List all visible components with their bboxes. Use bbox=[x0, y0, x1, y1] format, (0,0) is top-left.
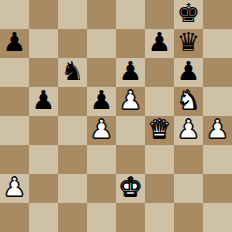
square-b2[interactable] bbox=[29, 174, 58, 203]
square-c3[interactable] bbox=[58, 145, 87, 174]
square-d1[interactable] bbox=[87, 203, 116, 232]
square-a1[interactable] bbox=[0, 203, 29, 232]
square-d8[interactable] bbox=[87, 0, 116, 29]
square-f7[interactable]: ♟ bbox=[145, 29, 174, 58]
square-c5[interactable] bbox=[58, 87, 87, 116]
square-a8[interactable] bbox=[0, 0, 29, 29]
square-f4[interactable]: ♛ bbox=[145, 116, 174, 145]
piece-black-pawn-f7[interactable]: ♟ bbox=[148, 29, 171, 57]
square-e3[interactable] bbox=[116, 145, 145, 174]
square-b1[interactable] bbox=[29, 203, 58, 232]
square-h7[interactable] bbox=[203, 29, 232, 58]
square-b4[interactable] bbox=[29, 116, 58, 145]
square-g3[interactable] bbox=[174, 145, 203, 174]
square-g4[interactable]: ♟ bbox=[174, 116, 203, 145]
piece-black-pawn-b5[interactable]: ♟ bbox=[32, 87, 55, 115]
square-a5[interactable] bbox=[0, 87, 29, 116]
square-d2[interactable] bbox=[87, 174, 116, 203]
square-f3[interactable] bbox=[145, 145, 174, 174]
square-c8[interactable] bbox=[58, 0, 87, 29]
piece-white-pawn-a2[interactable]: ♟ bbox=[3, 174, 26, 202]
square-h6[interactable] bbox=[203, 58, 232, 87]
square-c6[interactable]: ♞ bbox=[58, 58, 87, 87]
piece-black-knight-c6[interactable]: ♞ bbox=[61, 58, 84, 86]
square-g5[interactable]: ♞ bbox=[174, 87, 203, 116]
piece-white-knight-g5[interactable]: ♞ bbox=[177, 87, 200, 115]
piece-black-pawn-a7[interactable]: ♟ bbox=[3, 29, 26, 57]
piece-black-pawn-g6[interactable]: ♟ bbox=[177, 58, 200, 86]
square-f6[interactable] bbox=[145, 58, 174, 87]
square-b7[interactable] bbox=[29, 29, 58, 58]
square-a2[interactable]: ♟ bbox=[0, 174, 29, 203]
square-c1[interactable] bbox=[58, 203, 87, 232]
piece-black-king-g8[interactable]: ♚ bbox=[177, 0, 200, 28]
square-h2[interactable] bbox=[203, 174, 232, 203]
square-h5[interactable] bbox=[203, 87, 232, 116]
square-c7[interactable] bbox=[58, 29, 87, 58]
square-g2[interactable] bbox=[174, 174, 203, 203]
square-e2[interactable]: ♚ bbox=[116, 174, 145, 203]
square-b8[interactable] bbox=[29, 0, 58, 29]
square-d6[interactable] bbox=[87, 58, 116, 87]
piece-white-pawn-g4[interactable]: ♟ bbox=[177, 116, 200, 144]
square-b3[interactable] bbox=[29, 145, 58, 174]
square-a4[interactable] bbox=[0, 116, 29, 145]
square-c2[interactable] bbox=[58, 174, 87, 203]
square-e6[interactable]: ♟ bbox=[116, 58, 145, 87]
square-h1[interactable] bbox=[203, 203, 232, 232]
square-g6[interactable]: ♟ bbox=[174, 58, 203, 87]
square-e5[interactable]: ♟ bbox=[116, 87, 145, 116]
square-a6[interactable] bbox=[0, 58, 29, 87]
square-d5[interactable]: ♟ bbox=[87, 87, 116, 116]
piece-black-queen-g7[interactable]: ♛ bbox=[177, 29, 200, 57]
square-d7[interactable] bbox=[87, 29, 116, 58]
square-e4[interactable] bbox=[116, 116, 145, 145]
piece-white-pawn-d4[interactable]: ♟ bbox=[90, 116, 113, 144]
square-b6[interactable] bbox=[29, 58, 58, 87]
square-h8[interactable] bbox=[203, 0, 232, 29]
piece-white-pawn-e5[interactable]: ♟ bbox=[119, 87, 142, 115]
square-f8[interactable] bbox=[145, 0, 174, 29]
square-a3[interactable] bbox=[0, 145, 29, 174]
square-g7[interactable]: ♛ bbox=[174, 29, 203, 58]
square-h3[interactable] bbox=[203, 145, 232, 174]
square-d4[interactable]: ♟ bbox=[87, 116, 116, 145]
square-f5[interactable] bbox=[145, 87, 174, 116]
square-a7[interactable]: ♟ bbox=[0, 29, 29, 58]
chess-board: ♚♟♟♛♞♟♟♟♟♟♞♟♛♟♟♟♚ bbox=[0, 0, 232, 232]
square-g1[interactable] bbox=[174, 203, 203, 232]
square-b5[interactable]: ♟ bbox=[29, 87, 58, 116]
piece-black-pawn-d5[interactable]: ♟ bbox=[90, 87, 113, 115]
square-d3[interactable] bbox=[87, 145, 116, 174]
square-h4[interactable]: ♟ bbox=[203, 116, 232, 145]
square-c4[interactable] bbox=[58, 116, 87, 145]
square-f1[interactable] bbox=[145, 203, 174, 232]
square-f2[interactable] bbox=[145, 174, 174, 203]
piece-white-queen-f4[interactable]: ♛ bbox=[148, 116, 171, 144]
piece-black-pawn-e6[interactable]: ♟ bbox=[119, 58, 142, 86]
square-e1[interactable] bbox=[116, 203, 145, 232]
square-g8[interactable]: ♚ bbox=[174, 0, 203, 29]
square-e7[interactable] bbox=[116, 29, 145, 58]
piece-white-pawn-h4[interactable]: ♟ bbox=[206, 116, 229, 144]
piece-white-king-e2[interactable]: ♚ bbox=[119, 174, 142, 202]
square-e8[interactable] bbox=[116, 0, 145, 29]
